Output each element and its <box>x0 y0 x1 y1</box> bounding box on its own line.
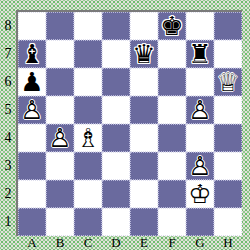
square-d6[interactable] <box>102 68 130 96</box>
square-b1[interactable] <box>46 208 74 236</box>
square-c8[interactable] <box>74 12 102 40</box>
square-e2[interactable] <box>130 180 158 208</box>
white-pawn-piece[interactable]: ♟♙ <box>187 153 213 179</box>
square-b4[interactable]: ♟♙ <box>46 124 74 152</box>
square-a5[interactable]: ♟♙ <box>18 96 46 124</box>
square-g2[interactable]: ♚♔ <box>186 180 214 208</box>
square-c6[interactable] <box>74 68 102 96</box>
file-label-g: G <box>186 235 214 250</box>
black-bishop-piece[interactable]: ♝ <box>19 41 45 67</box>
square-f1[interactable] <box>158 208 186 236</box>
file-label-h: H <box>214 235 242 250</box>
square-g3[interactable]: ♟♙ <box>186 152 214 180</box>
square-g5[interactable]: ♟♙ <box>186 96 214 124</box>
square-h1[interactable] <box>214 208 242 236</box>
white-pawn-piece[interactable]: ♟♙ <box>47 125 73 151</box>
white-queen-piece[interactable]: ♛♕ <box>215 69 241 95</box>
square-d3[interactable] <box>102 152 130 180</box>
square-h7[interactable] <box>214 40 242 68</box>
square-f7[interactable] <box>158 40 186 68</box>
square-a2[interactable] <box>18 180 46 208</box>
file-label-d: D <box>102 235 130 250</box>
rank-label-7: 7 <box>0 40 16 68</box>
square-a1[interactable] <box>18 208 46 236</box>
square-b5[interactable] <box>46 96 74 124</box>
square-g7[interactable]: ♜ <box>186 40 214 68</box>
black-rook-piece[interactable]: ♜ <box>187 41 213 67</box>
square-c4[interactable]: ♝♗ <box>74 124 102 152</box>
square-e5[interactable] <box>130 96 158 124</box>
file-label-e: E <box>130 235 158 250</box>
square-b7[interactable] <box>46 40 74 68</box>
square-b6[interactable] <box>46 68 74 96</box>
square-h2[interactable] <box>214 180 242 208</box>
square-e6[interactable] <box>130 68 158 96</box>
square-g6[interactable] <box>186 68 214 96</box>
square-c7[interactable] <box>74 40 102 68</box>
square-d5[interactable] <box>102 96 130 124</box>
black-king-piece[interactable]: ♚ <box>159 13 185 39</box>
square-h3[interactable] <box>214 152 242 180</box>
square-e7[interactable]: ♛ <box>130 40 158 68</box>
square-b8[interactable] <box>46 12 74 40</box>
file-label-c: C <box>74 235 102 250</box>
square-h4[interactable] <box>214 124 242 152</box>
chessboard-diagram: 87654321 ♚♝♛♜♟♛♕♟♙♟♙♟♙♝♗♟♙♚♔ ABCDEFGH <box>0 0 250 250</box>
white-king-piece[interactable]: ♚♔ <box>187 181 213 207</box>
square-a3[interactable] <box>18 152 46 180</box>
square-b3[interactable] <box>46 152 74 180</box>
white-pawn-piece[interactable]: ♟♙ <box>187 97 213 123</box>
white-pawn-piece[interactable]: ♟♙ <box>19 97 45 123</box>
square-g1[interactable] <box>186 208 214 236</box>
black-pawn-piece[interactable]: ♟ <box>19 69 45 95</box>
square-c1[interactable] <box>74 208 102 236</box>
square-f4[interactable] <box>158 124 186 152</box>
rank-label-5: 5 <box>0 96 16 124</box>
square-b2[interactable] <box>46 180 74 208</box>
rank-label-2: 2 <box>0 180 16 208</box>
square-c5[interactable] <box>74 96 102 124</box>
square-g8[interactable] <box>186 12 214 40</box>
chess-board[interactable]: ♚♝♛♜♟♛♕♟♙♟♙♟♙♝♗♟♙♚♔ <box>16 10 242 236</box>
square-d4[interactable] <box>102 124 130 152</box>
square-d7[interactable] <box>102 40 130 68</box>
rank-labels: 87654321 <box>0 12 16 236</box>
rank-label-6: 6 <box>0 68 16 96</box>
black-queen-piece[interactable]: ♛ <box>131 41 157 67</box>
square-f2[interactable] <box>158 180 186 208</box>
square-e3[interactable] <box>130 152 158 180</box>
square-d8[interactable] <box>102 12 130 40</box>
file-label-b: B <box>46 235 74 250</box>
square-f5[interactable] <box>158 96 186 124</box>
square-a6[interactable]: ♟ <box>18 68 46 96</box>
square-a7[interactable]: ♝ <box>18 40 46 68</box>
square-a4[interactable] <box>18 124 46 152</box>
square-g4[interactable] <box>186 124 214 152</box>
square-e1[interactable] <box>130 208 158 236</box>
square-d2[interactable] <box>102 180 130 208</box>
square-h8[interactable] <box>214 12 242 40</box>
square-h5[interactable] <box>214 96 242 124</box>
file-label-a: A <box>18 235 46 250</box>
square-c3[interactable] <box>74 152 102 180</box>
square-d1[interactable] <box>102 208 130 236</box>
rank-label-3: 3 <box>0 152 16 180</box>
rank-label-8: 8 <box>0 12 16 40</box>
square-a8[interactable] <box>18 12 46 40</box>
square-h6[interactable]: ♛♕ <box>214 68 242 96</box>
square-c2[interactable] <box>74 180 102 208</box>
square-f6[interactable] <box>158 68 186 96</box>
rank-label-4: 4 <box>0 124 16 152</box>
square-e8[interactable] <box>130 12 158 40</box>
square-f3[interactable] <box>158 152 186 180</box>
file-labels: ABCDEFGH <box>18 235 242 250</box>
square-e4[interactable] <box>130 124 158 152</box>
white-bishop-piece[interactable]: ♝♗ <box>75 125 101 151</box>
rank-label-1: 1 <box>0 208 16 236</box>
file-label-f: F <box>158 235 186 250</box>
square-f8[interactable]: ♚ <box>158 12 186 40</box>
